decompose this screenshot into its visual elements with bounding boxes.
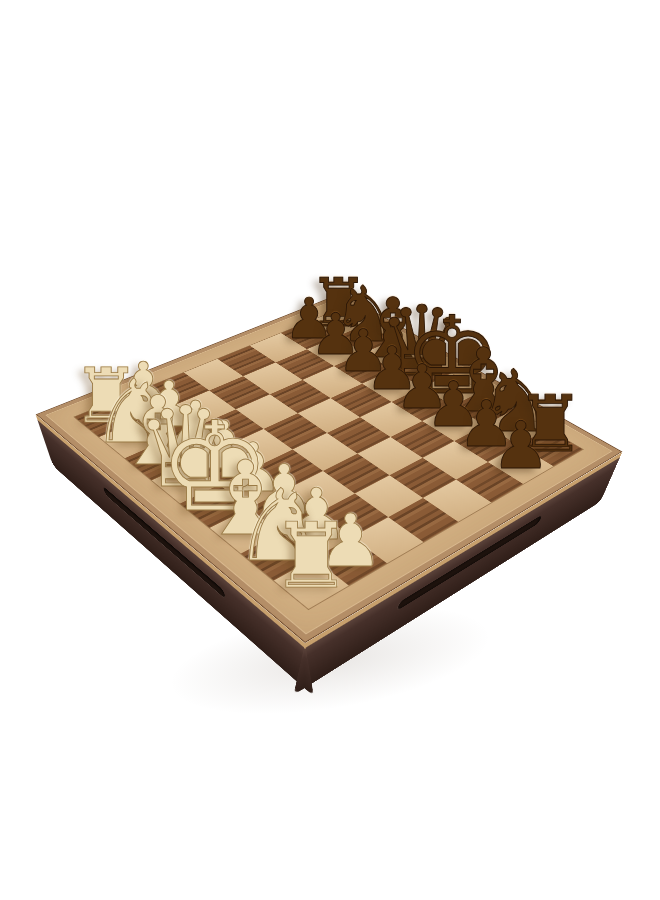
white-rook-h1[interactable]: ♜ (266, 511, 357, 602)
pieces-layer: ♜♞♝♛♚♝♞♜♟♟♟♟♟♟♟♟♟♟♟♟♟♟♟♟♜♞♝♛♚♝♞♜ (0, 0, 660, 900)
black-pawn-h7[interactable]: ♟ (488, 413, 553, 478)
product-photo-page: ♜♞♝♛♚♝♞♜♟♟♟♟♟♟♟♟♟♟♟♟♟♟♟♟♜♞♝♛♚♝♞♜ (0, 0, 660, 900)
